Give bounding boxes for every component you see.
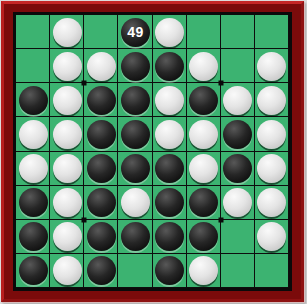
cell-h6[interactable] bbox=[255, 186, 289, 220]
white-disc bbox=[257, 86, 286, 115]
white-disc bbox=[223, 86, 252, 115]
cell-c4[interactable] bbox=[84, 117, 118, 151]
black-disc bbox=[87, 222, 116, 251]
cell-h4[interactable] bbox=[255, 117, 289, 151]
white-disc bbox=[257, 188, 286, 217]
black-disc bbox=[223, 154, 252, 183]
black-disc bbox=[121, 154, 150, 183]
white-disc bbox=[19, 120, 48, 149]
black-disc bbox=[189, 86, 218, 115]
cell-h3[interactable] bbox=[255, 83, 289, 117]
white-disc bbox=[155, 18, 184, 47]
cell-b7[interactable] bbox=[50, 220, 84, 254]
black-disc bbox=[155, 188, 184, 217]
cell-c2[interactable] bbox=[84, 49, 118, 83]
cell-f3[interactable] bbox=[187, 83, 221, 117]
cell-e5[interactable] bbox=[153, 152, 187, 186]
cell-g1[interactable] bbox=[221, 15, 255, 49]
black-disc bbox=[155, 154, 184, 183]
cell-d4[interactable] bbox=[118, 117, 152, 151]
white-disc bbox=[223, 188, 252, 217]
cell-d7[interactable] bbox=[118, 220, 152, 254]
cell-d6[interactable] bbox=[118, 186, 152, 220]
white-disc bbox=[53, 188, 82, 217]
cell-f6[interactable] bbox=[187, 186, 221, 220]
cell-g8[interactable] bbox=[221, 254, 255, 288]
cell-c3[interactable] bbox=[84, 83, 118, 117]
black-disc bbox=[19, 86, 48, 115]
cell-b8[interactable] bbox=[50, 254, 84, 288]
black-disc bbox=[155, 222, 184, 251]
board-frame: 49 bbox=[1, 1, 304, 302]
cell-e8[interactable] bbox=[153, 254, 187, 288]
star-point bbox=[218, 217, 223, 222]
black-disc bbox=[87, 86, 116, 115]
white-disc bbox=[53, 120, 82, 149]
cell-f5[interactable] bbox=[187, 152, 221, 186]
black-disc bbox=[19, 222, 48, 251]
black-disc bbox=[155, 52, 184, 81]
cell-e6[interactable] bbox=[153, 186, 187, 220]
black-disc bbox=[155, 256, 184, 285]
cell-e7[interactable] bbox=[153, 220, 187, 254]
cell-b2[interactable] bbox=[50, 49, 84, 83]
cell-b3[interactable] bbox=[50, 83, 84, 117]
cell-d8[interactable] bbox=[118, 254, 152, 288]
cell-e2[interactable] bbox=[153, 49, 187, 83]
white-disc bbox=[53, 256, 82, 285]
cell-d1[interactable]: 49 bbox=[118, 15, 152, 49]
cell-a8[interactable] bbox=[16, 254, 50, 288]
cell-d3[interactable] bbox=[118, 83, 152, 117]
black-disc: 49 bbox=[121, 18, 150, 47]
white-disc bbox=[189, 120, 218, 149]
cell-a5[interactable] bbox=[16, 152, 50, 186]
cell-h7[interactable] bbox=[255, 220, 289, 254]
white-disc bbox=[257, 154, 286, 183]
cell-e3[interactable] bbox=[153, 83, 187, 117]
cell-b1[interactable] bbox=[50, 15, 84, 49]
white-disc bbox=[257, 120, 286, 149]
cell-h8[interactable] bbox=[255, 254, 289, 288]
black-disc bbox=[19, 188, 48, 217]
cell-a1[interactable] bbox=[16, 15, 50, 49]
cell-e4[interactable] bbox=[153, 117, 187, 151]
star-point bbox=[82, 81, 87, 86]
cell-c8[interactable] bbox=[84, 254, 118, 288]
star-point bbox=[218, 81, 223, 86]
black-disc bbox=[87, 188, 116, 217]
board-inner-border: 49 bbox=[13, 12, 292, 291]
cell-h1[interactable] bbox=[255, 15, 289, 49]
white-disc bbox=[257, 222, 286, 251]
cell-d2[interactable] bbox=[118, 49, 152, 83]
black-disc bbox=[121, 86, 150, 115]
last-move-number: 49 bbox=[127, 25, 144, 39]
black-disc bbox=[121, 52, 150, 81]
black-disc bbox=[19, 256, 48, 285]
cell-h5[interactable] bbox=[255, 152, 289, 186]
cell-g4[interactable] bbox=[221, 117, 255, 151]
cell-f8[interactable] bbox=[187, 254, 221, 288]
black-disc bbox=[87, 120, 116, 149]
black-disc bbox=[223, 120, 252, 149]
black-disc bbox=[189, 188, 218, 217]
white-disc bbox=[53, 222, 82, 251]
cell-a2[interactable] bbox=[16, 49, 50, 83]
white-disc bbox=[155, 86, 184, 115]
white-disc bbox=[19, 154, 48, 183]
cell-c6[interactable] bbox=[84, 186, 118, 220]
white-disc bbox=[121, 188, 150, 217]
cell-b4[interactable] bbox=[50, 117, 84, 151]
white-disc bbox=[53, 18, 82, 47]
cell-b6[interactable] bbox=[50, 186, 84, 220]
cell-a3[interactable] bbox=[16, 83, 50, 117]
white-disc bbox=[189, 52, 218, 81]
black-disc bbox=[121, 120, 150, 149]
cell-g7[interactable] bbox=[221, 220, 255, 254]
black-disc bbox=[121, 222, 150, 251]
white-disc bbox=[257, 52, 286, 81]
white-disc bbox=[189, 154, 218, 183]
white-disc bbox=[53, 86, 82, 115]
cell-f4[interactable] bbox=[187, 117, 221, 151]
black-disc bbox=[189, 222, 218, 251]
white-disc bbox=[53, 154, 82, 183]
cell-c7[interactable] bbox=[84, 220, 118, 254]
cell-g6[interactable] bbox=[221, 186, 255, 220]
white-disc bbox=[87, 52, 116, 81]
cell-f1[interactable] bbox=[187, 15, 221, 49]
othello-board: 49 bbox=[16, 15, 289, 288]
cell-f7[interactable] bbox=[187, 220, 221, 254]
white-disc bbox=[53, 52, 82, 81]
cell-h2[interactable] bbox=[255, 49, 289, 83]
cell-c5[interactable] bbox=[84, 152, 118, 186]
cell-g2[interactable] bbox=[221, 49, 255, 83]
cell-g3[interactable] bbox=[221, 83, 255, 117]
cell-f2[interactable] bbox=[187, 49, 221, 83]
cell-g5[interactable] bbox=[221, 152, 255, 186]
cell-a7[interactable] bbox=[16, 220, 50, 254]
cell-a4[interactable] bbox=[16, 117, 50, 151]
cell-a6[interactable] bbox=[16, 186, 50, 220]
white-disc bbox=[189, 256, 218, 285]
cell-c1[interactable] bbox=[84, 15, 118, 49]
white-disc bbox=[155, 120, 184, 149]
cell-d5[interactable] bbox=[118, 152, 152, 186]
star-point bbox=[82, 217, 87, 222]
cell-b5[interactable] bbox=[50, 152, 84, 186]
cell-e1[interactable] bbox=[153, 15, 187, 49]
black-disc bbox=[87, 154, 116, 183]
black-disc bbox=[87, 256, 116, 285]
